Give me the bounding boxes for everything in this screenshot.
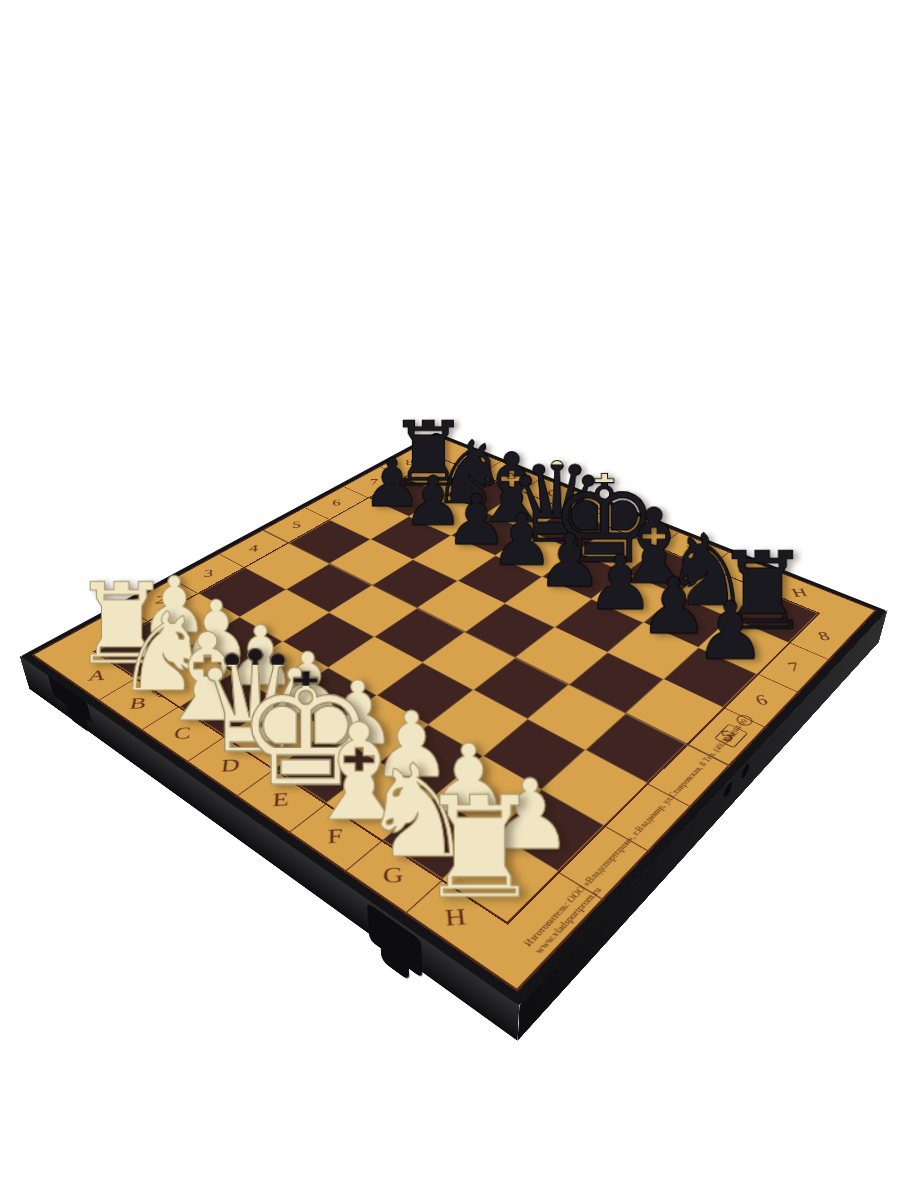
product-photo-stage: ABCDEFGH ABCDEFGH 87654321 8765 Изготови…: [0, 0, 900, 1200]
board-grid: ♜♞♝♛♚♝♞♜♟♟♟♟♟♟♟♟♟♟♟♟♟♟♟♟♜♞♝♛♚♝♞♜: [96, 458, 818, 921]
white-rook-h1[interactable]: ♜: [349, 778, 610, 895]
chess-board: ABCDEFGH ABCDEFGH 87654321 8765 Изготови…: [31, 435, 877, 992]
black-pawn-h7[interactable]: ♟: [627, 591, 833, 658]
board-face: ABCDEFGH ABCDEFGH 87654321 8765 Изготови…: [31, 435, 877, 992]
